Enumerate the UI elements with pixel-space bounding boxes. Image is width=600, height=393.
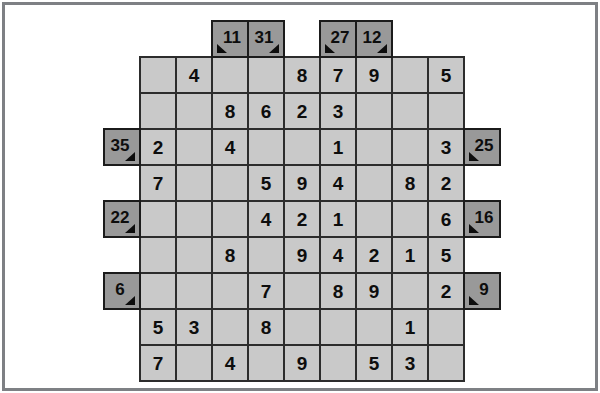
diagonal-arrow-down-left-icon xyxy=(469,296,479,305)
grid-cell-r4c2[interactable] xyxy=(177,166,211,200)
grid-cell-r4c4[interactable]: 5 xyxy=(249,166,283,200)
grid-cell-r8c7[interactable] xyxy=(357,310,391,344)
grid-cell-r9c9[interactable] xyxy=(429,346,463,380)
grid-cell-r7c3[interactable] xyxy=(213,274,247,308)
grid-cell-r2c8[interactable] xyxy=(393,94,427,128)
grid-cell-r9c1[interactable]: 7 xyxy=(141,346,175,380)
grid-cell-r2c5[interactable]: 2 xyxy=(285,94,319,128)
grid-cell-r3c4[interactable] xyxy=(249,130,283,164)
clue-cell-right-row7: 9 xyxy=(463,272,501,310)
clue-cell-left-row3: 35 xyxy=(103,128,141,166)
given-digit: 9 xyxy=(369,282,380,301)
given-digit: 8 xyxy=(225,246,236,265)
grid-cell-r1c4[interactable] xyxy=(249,58,283,92)
given-digit: 3 xyxy=(333,102,344,121)
given-digit: 4 xyxy=(333,174,344,193)
given-digit: 2 xyxy=(369,246,380,265)
grid-cell-r8c6[interactable] xyxy=(321,310,355,344)
given-digit: 4 xyxy=(225,354,236,373)
clue-value: 16 xyxy=(475,209,494,226)
given-digit: 5 xyxy=(153,318,164,337)
given-digit: 3 xyxy=(189,318,200,337)
grid-cell-r4c7[interactable] xyxy=(357,166,391,200)
grid-cell-r5c9[interactable]: 6 xyxy=(429,202,463,236)
given-digit: 8 xyxy=(297,66,308,85)
grid-cell-r6c2[interactable] xyxy=(177,238,211,272)
grid-cell-r8c5[interactable] xyxy=(285,310,319,344)
clue-cell-top-col7: 12 xyxy=(355,20,393,58)
given-digit: 9 xyxy=(297,246,308,265)
grid-cell-r8c1[interactable]: 5 xyxy=(141,310,175,344)
grid-cell-r7c9[interactable]: 2 xyxy=(429,274,463,308)
given-digit: 6 xyxy=(441,210,452,229)
grid-cell-r8c9[interactable] xyxy=(429,310,463,344)
grid-cell-r6c5[interactable]: 9 xyxy=(285,238,319,272)
grid-cell-r6c4[interactable] xyxy=(249,238,283,272)
given-digit: 2 xyxy=(153,138,164,157)
grid-cell-r6c7[interactable]: 2 xyxy=(357,238,391,272)
given-digit: 2 xyxy=(297,210,308,229)
grid-cell-r9c7[interactable]: 5 xyxy=(357,346,391,380)
clue-cell-top-col6: 27 xyxy=(319,20,357,58)
grid-cell-r4c3[interactable] xyxy=(213,166,247,200)
grid-cell-r7c6[interactable]: 8 xyxy=(321,274,355,308)
grid-cell-r1c5[interactable]: 8 xyxy=(285,58,319,92)
grid-cell-r3c1[interactable]: 2 xyxy=(141,130,175,164)
grid-cell-r4c8[interactable]: 8 xyxy=(393,166,427,200)
clue-value: 35 xyxy=(111,137,130,154)
clue-cell-right-row5: 16 xyxy=(463,200,501,238)
puzzle-grid: 4879586232413759482421689421578925381749… xyxy=(139,56,465,382)
given-digit: 5 xyxy=(261,174,272,193)
grid-cell-r7c2[interactable] xyxy=(177,274,211,308)
puzzle-board: 4879586232413759482421689421578925381749… xyxy=(0,0,600,393)
grid-cell-r4c6[interactable]: 4 xyxy=(321,166,355,200)
given-digit: 9 xyxy=(297,354,308,373)
clue-value: 9 xyxy=(479,281,488,298)
grid-cell-r2c9[interactable] xyxy=(429,94,463,128)
grid-cell-r2c7[interactable] xyxy=(357,94,391,128)
given-digit: 2 xyxy=(441,174,452,193)
given-digit: 2 xyxy=(297,102,308,121)
given-digit: 8 xyxy=(405,174,416,193)
clue-cell-left-row7: 6 xyxy=(103,272,141,310)
clue-value: 22 xyxy=(111,209,130,226)
clue-value: 31 xyxy=(255,29,274,46)
grid-cell-r5c2[interactable] xyxy=(177,202,211,236)
grid-cell-r1c3[interactable] xyxy=(213,58,247,92)
grid-cell-r5c1[interactable] xyxy=(141,202,175,236)
grid-cell-r9c3[interactable]: 4 xyxy=(213,346,247,380)
grid-cell-r6c8[interactable]: 1 xyxy=(393,238,427,272)
grid-cell-r9c2[interactable] xyxy=(177,346,211,380)
given-digit: 7 xyxy=(261,282,272,301)
given-digit: 4 xyxy=(261,210,272,229)
grid-cell-r3c8[interactable] xyxy=(393,130,427,164)
grid-cell-r5c4[interactable]: 4 xyxy=(249,202,283,236)
given-digit: 5 xyxy=(369,354,380,373)
grid-cell-r5c3[interactable] xyxy=(213,202,247,236)
clue-cell-top-col4: 31 xyxy=(247,20,285,58)
given-digit: 1 xyxy=(333,210,344,229)
clue-cell-top-col3: 11 xyxy=(211,20,249,58)
clue-cell-right-row3: 25 xyxy=(463,128,501,166)
clue-value: 27 xyxy=(331,29,350,46)
grid-cell-r3c5[interactable] xyxy=(285,130,319,164)
given-digit: 2 xyxy=(441,282,452,301)
grid-cell-r7c8[interactable] xyxy=(393,274,427,308)
grid-cell-r7c4[interactable]: 7 xyxy=(249,274,283,308)
grid-cell-r2c6[interactable]: 3 xyxy=(321,94,355,128)
grid-cell-r5c6[interactable]: 1 xyxy=(321,202,355,236)
clue-cell-left-row5: 22 xyxy=(103,200,141,238)
grid-cell-r4c9[interactable]: 2 xyxy=(429,166,463,200)
grid-cell-r1c1[interactable] xyxy=(141,58,175,92)
grid-cell-r1c9[interactable]: 5 xyxy=(429,58,463,92)
grid-cell-r2c3[interactable]: 8 xyxy=(213,94,247,128)
grid-cell-r9c8[interactable]: 3 xyxy=(393,346,427,380)
puzzle-page: 4879586232413759482421689421578925381749… xyxy=(0,0,600,393)
given-digit: 8 xyxy=(261,318,272,337)
grid-cell-r5c8[interactable] xyxy=(393,202,427,236)
clue-value: 12 xyxy=(363,29,382,46)
given-digit: 9 xyxy=(369,66,380,85)
grid-cell-r8c8[interactable]: 1 xyxy=(393,310,427,344)
grid-cell-r7c1[interactable] xyxy=(141,274,175,308)
grid-cell-r3c7[interactable] xyxy=(357,130,391,164)
grid-cell-r7c5[interactable] xyxy=(285,274,319,308)
given-digit: 9 xyxy=(297,174,308,193)
grid-cell-r3c3[interactable]: 4 xyxy=(213,130,247,164)
given-digit: 6 xyxy=(261,102,272,121)
given-digit: 1 xyxy=(405,246,416,265)
grid-cell-r7c7[interactable]: 9 xyxy=(357,274,391,308)
grid-cell-r4c1[interactable]: 7 xyxy=(141,166,175,200)
grid-cell-r2c1[interactable] xyxy=(141,94,175,128)
given-digit: 4 xyxy=(225,138,236,157)
grid-cell-r5c5[interactable]: 2 xyxy=(285,202,319,236)
given-digit: 1 xyxy=(405,318,416,337)
grid-cell-r6c1[interactable] xyxy=(141,238,175,272)
grid-cell-r8c3[interactable] xyxy=(213,310,247,344)
given-digit: 8 xyxy=(333,282,344,301)
grid-cell-r3c2[interactable] xyxy=(177,130,211,164)
diagonal-arrow-down-right-icon xyxy=(125,296,135,305)
grid-cell-r1c2[interactable]: 4 xyxy=(177,58,211,92)
grid-cell-r4c5[interactable]: 9 xyxy=(285,166,319,200)
given-digit: 7 xyxy=(153,174,164,193)
grid-cell-r1c8[interactable] xyxy=(393,58,427,92)
given-digit: 7 xyxy=(333,66,344,85)
grid-cell-r3c6[interactable]: 1 xyxy=(321,130,355,164)
given-digit: 4 xyxy=(189,66,200,85)
given-digit: 3 xyxy=(405,354,416,373)
given-digit: 7 xyxy=(153,354,164,373)
given-digit: 8 xyxy=(225,102,236,121)
grid-cell-r1c6[interactable]: 7 xyxy=(321,58,355,92)
grid-cell-r6c6[interactable]: 4 xyxy=(321,238,355,272)
grid-cell-r5c7[interactable] xyxy=(357,202,391,236)
grid-cell-r8c2[interactable]: 3 xyxy=(177,310,211,344)
given-digit: 1 xyxy=(333,138,344,157)
given-digit: 4 xyxy=(333,246,344,265)
given-digit: 3 xyxy=(441,138,452,157)
grid-cell-r1c7[interactable]: 9 xyxy=(357,58,391,92)
grid-cell-r8c4[interactable]: 8 xyxy=(249,310,283,344)
given-digit: 5 xyxy=(441,66,452,85)
grid-cell-r6c9[interactable]: 5 xyxy=(429,238,463,272)
grid-cell-r9c6[interactable] xyxy=(321,346,355,380)
grid-cell-r3c9[interactable]: 3 xyxy=(429,130,463,164)
clue-value: 11 xyxy=(223,29,241,46)
grid-cell-r2c4[interactable]: 6 xyxy=(249,94,283,128)
given-digit: 5 xyxy=(441,246,452,265)
grid-cell-r6c3[interactable]: 8 xyxy=(213,238,247,272)
grid-cell-r2c2[interactable] xyxy=(177,94,211,128)
grid-cell-r9c4[interactable] xyxy=(249,346,283,380)
clue-value: 6 xyxy=(115,281,124,298)
grid-cell-r9c5[interactable]: 9 xyxy=(285,346,319,380)
clue-value: 25 xyxy=(475,137,494,154)
